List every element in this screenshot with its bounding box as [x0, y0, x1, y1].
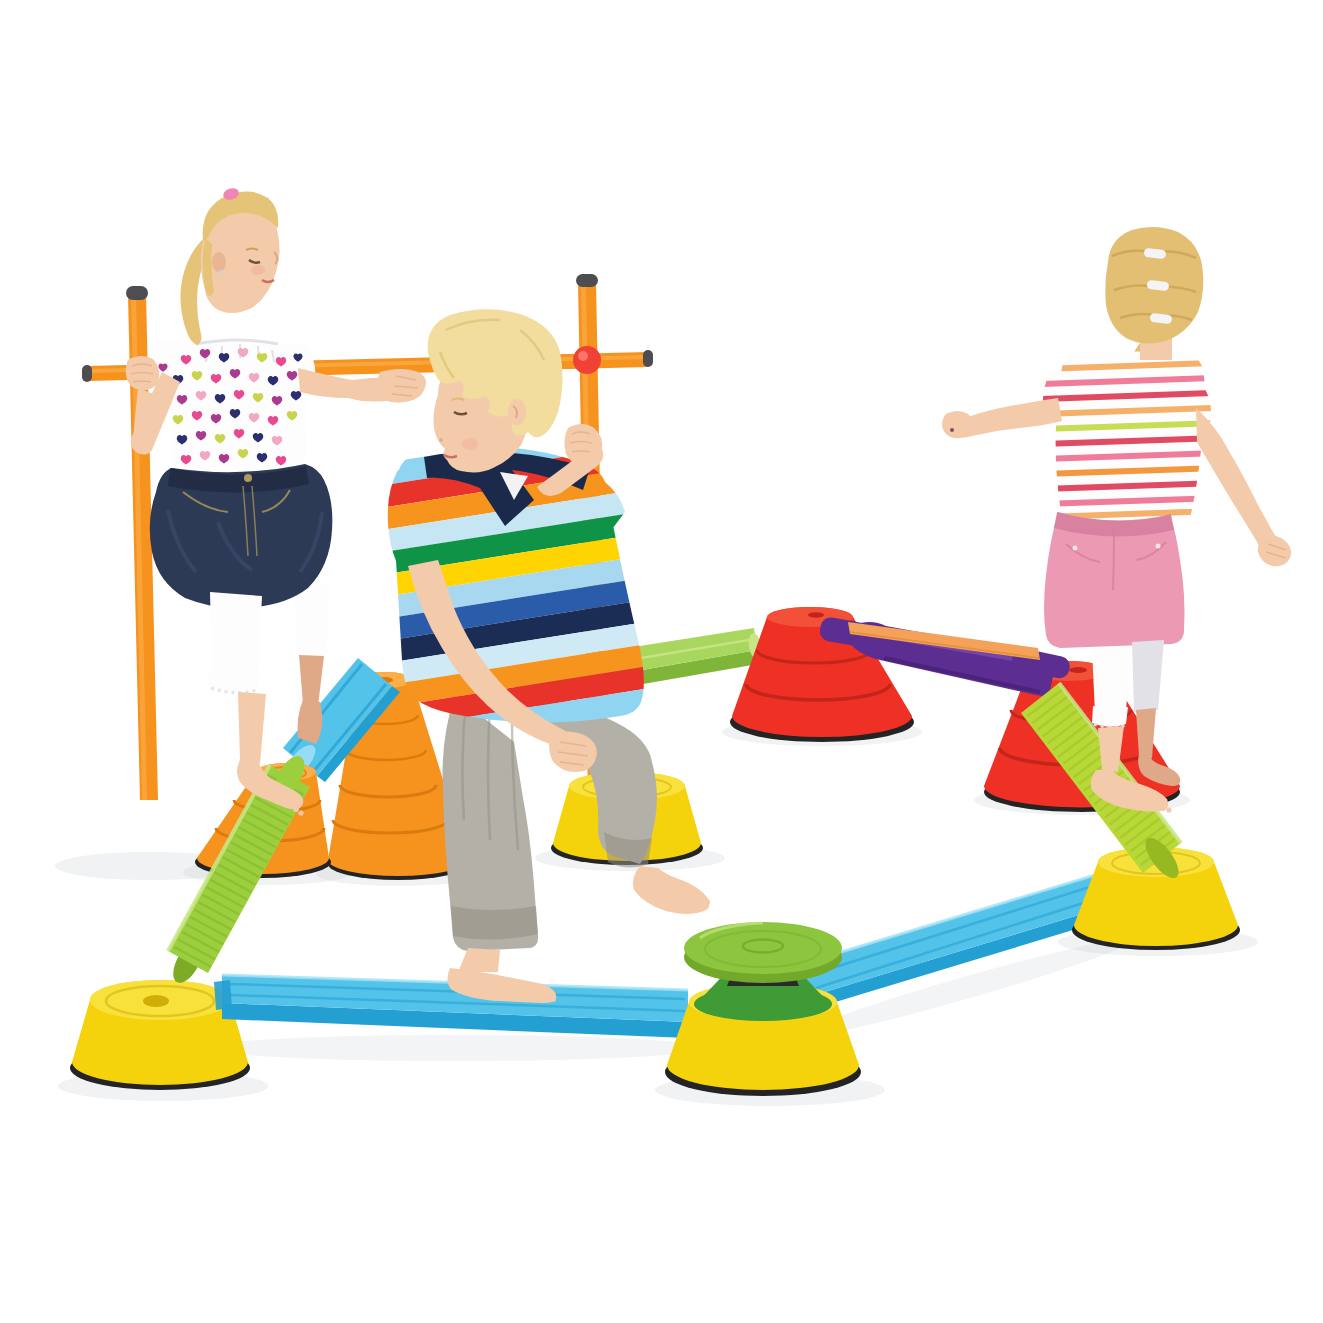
shadow-beam [205, 1035, 705, 1061]
pant-cuff-left [451, 906, 538, 940]
rivet [1156, 544, 1161, 549]
earring [219, 270, 223, 274]
rivet [1073, 546, 1078, 551]
dome-hole [143, 995, 169, 1007]
toe [1160, 805, 1166, 811]
toe [1153, 803, 1160, 810]
legging-front [210, 592, 262, 683]
cone-hole [808, 612, 824, 618]
clamp-highlight [578, 351, 588, 361]
balance-course-scene [0, 0, 1323, 1323]
toe [293, 806, 299, 812]
nostril [439, 438, 443, 442]
toe [1166, 807, 1171, 812]
nail [950, 428, 954, 432]
cheek [251, 265, 265, 275]
legging-front [1092, 646, 1130, 716]
pole-cap [576, 274, 598, 287]
hand-left [942, 411, 973, 438]
skirt-button [244, 474, 252, 482]
cheek [462, 438, 478, 450]
legging-back [293, 583, 330, 660]
foot-back [298, 700, 323, 744]
product-photo [0, 0, 1323, 1323]
ponytail-bubble [1143, 290, 1169, 314]
pole-cap [126, 286, 148, 300]
bar-cap [643, 350, 653, 367]
toe [697, 903, 704, 910]
ponytail-bubble [1142, 259, 1166, 281]
ear [212, 252, 226, 272]
toe [704, 899, 710, 905]
clamp [573, 346, 601, 374]
toe [287, 801, 294, 808]
toe [543, 995, 550, 1002]
cone-hole [1069, 667, 1087, 673]
toe [550, 996, 556, 1002]
plank-connector [214, 980, 232, 1010]
toe [298, 810, 303, 815]
bar-cap [82, 365, 92, 382]
spinner-disc [684, 922, 842, 1021]
